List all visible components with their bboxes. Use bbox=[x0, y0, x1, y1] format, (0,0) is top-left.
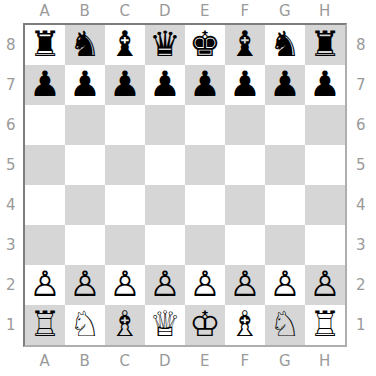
file-label-c: C bbox=[105, 348, 145, 374]
square-g2[interactable]: ♙ bbox=[265, 265, 305, 305]
black-bishop-piece[interactable]: ♝ bbox=[109, 24, 140, 64]
black-rook-piece[interactable]: ♜ bbox=[309, 24, 340, 64]
file-label-d: D bbox=[145, 348, 185, 374]
square-h4[interactable] bbox=[305, 185, 345, 225]
square-b4[interactable] bbox=[65, 185, 105, 225]
white-knight-piece[interactable]: ♘ bbox=[269, 304, 300, 344]
square-h8[interactable]: ♜ bbox=[305, 25, 345, 65]
file-label-a: A bbox=[25, 348, 65, 374]
white-pawn-piece[interactable]: ♙ bbox=[189, 264, 220, 304]
square-a3[interactable] bbox=[25, 225, 65, 265]
file-label-d: D bbox=[145, 0, 185, 22]
white-pawn-piece[interactable]: ♙ bbox=[149, 264, 180, 304]
square-d7[interactable]: ♟ bbox=[145, 65, 185, 105]
file-label-e: E bbox=[185, 348, 225, 374]
file-label-b: B bbox=[65, 0, 105, 22]
black-knight-piece[interactable]: ♞ bbox=[269, 24, 300, 64]
white-rook-piece[interactable]: ♖ bbox=[309, 304, 340, 344]
square-f8[interactable]: ♝ bbox=[225, 25, 265, 65]
chess-diagram: ABCDEFGH ABCDEFGH 87654321 87654321 ♜♞♝♛… bbox=[0, 0, 376, 376]
square-b2[interactable]: ♙ bbox=[65, 265, 105, 305]
square-b3[interactable] bbox=[65, 225, 105, 265]
square-d3[interactable] bbox=[145, 225, 185, 265]
rank-label-3: 3 bbox=[0, 225, 22, 265]
square-c1[interactable]: ♗ bbox=[105, 305, 145, 345]
white-pawn-piece[interactable]: ♙ bbox=[29, 264, 60, 304]
rank-label-6: 6 bbox=[0, 105, 22, 145]
square-h7[interactable]: ♟ bbox=[305, 65, 345, 105]
square-d6[interactable] bbox=[145, 105, 185, 145]
rank-labels-right: 87654321 bbox=[348, 25, 374, 345]
square-h5[interactable] bbox=[305, 145, 345, 185]
file-label-c: C bbox=[105, 0, 145, 22]
square-f2[interactable]: ♙ bbox=[225, 265, 265, 305]
square-f7[interactable]: ♟ bbox=[225, 65, 265, 105]
rank-label-3: 3 bbox=[348, 225, 374, 265]
square-f1[interactable]: ♗ bbox=[225, 305, 265, 345]
white-pawn-piece[interactable]: ♙ bbox=[69, 264, 100, 304]
file-label-g: G bbox=[265, 0, 305, 22]
square-e8[interactable]: ♚ bbox=[185, 25, 225, 65]
square-a2[interactable]: ♙ bbox=[25, 265, 65, 305]
white-queen-piece[interactable]: ♕ bbox=[149, 304, 180, 344]
black-pawn-piece[interactable]: ♟ bbox=[69, 64, 100, 104]
square-g4[interactable] bbox=[265, 185, 305, 225]
white-bishop-piece[interactable]: ♗ bbox=[229, 304, 260, 344]
black-pawn-piece[interactable]: ♟ bbox=[149, 64, 180, 104]
white-rook-piece[interactable]: ♖ bbox=[29, 304, 60, 344]
square-c8[interactable]: ♝ bbox=[105, 25, 145, 65]
file-label-a: A bbox=[25, 0, 65, 22]
white-bishop-piece[interactable]: ♗ bbox=[109, 304, 140, 344]
white-pawn-piece[interactable]: ♙ bbox=[229, 264, 260, 304]
square-f5[interactable] bbox=[225, 145, 265, 185]
file-label-g: G bbox=[265, 348, 305, 374]
square-h6[interactable] bbox=[305, 105, 345, 145]
rank-label-4: 4 bbox=[348, 185, 374, 225]
square-h1[interactable]: ♖ bbox=[305, 305, 345, 345]
rank-label-8: 8 bbox=[348, 25, 374, 65]
square-c6[interactable] bbox=[105, 105, 145, 145]
board-frame: ♜♞♝♛♚♝♞♜♟♟♟♟♟♟♟♟♙♙♙♙♙♙♙♙♖♘♗♕♔♗♘♖ bbox=[23, 23, 347, 347]
black-pawn-piece[interactable]: ♟ bbox=[309, 64, 340, 104]
square-g3[interactable] bbox=[265, 225, 305, 265]
square-b7[interactable]: ♟ bbox=[65, 65, 105, 105]
black-bishop-piece[interactable]: ♝ bbox=[229, 24, 260, 64]
square-a5[interactable] bbox=[25, 145, 65, 185]
square-c7[interactable]: ♟ bbox=[105, 65, 145, 105]
black-queen-piece[interactable]: ♛ bbox=[149, 24, 180, 64]
square-e6[interactable] bbox=[185, 105, 225, 145]
square-d1[interactable]: ♕ bbox=[145, 305, 185, 345]
rank-label-8: 8 bbox=[0, 25, 22, 65]
square-a4[interactable] bbox=[25, 185, 65, 225]
black-pawn-piece[interactable]: ♟ bbox=[269, 64, 300, 104]
black-pawn-piece[interactable]: ♟ bbox=[109, 64, 140, 104]
square-c2[interactable]: ♙ bbox=[105, 265, 145, 305]
white-king-piece[interactable]: ♔ bbox=[189, 304, 220, 344]
square-d4[interactable] bbox=[145, 185, 185, 225]
black-pawn-piece[interactable]: ♟ bbox=[29, 64, 60, 104]
square-a8[interactable]: ♜ bbox=[25, 25, 65, 65]
rank-label-2: 2 bbox=[0, 265, 22, 305]
square-g7[interactable]: ♟ bbox=[265, 65, 305, 105]
rank-label-5: 5 bbox=[348, 145, 374, 185]
white-knight-piece[interactable]: ♘ bbox=[69, 304, 100, 344]
square-f6[interactable] bbox=[225, 105, 265, 145]
file-labels-top: ABCDEFGH bbox=[25, 0, 345, 22]
file-label-f: F bbox=[225, 348, 265, 374]
square-c4[interactable] bbox=[105, 185, 145, 225]
white-pawn-piece[interactable]: ♙ bbox=[269, 264, 300, 304]
square-g1[interactable]: ♘ bbox=[265, 305, 305, 345]
square-h2[interactable]: ♙ bbox=[305, 265, 345, 305]
square-g6[interactable] bbox=[265, 105, 305, 145]
square-g8[interactable]: ♞ bbox=[265, 25, 305, 65]
rank-label-1: 1 bbox=[0, 305, 22, 345]
square-f3[interactable] bbox=[225, 225, 265, 265]
rank-label-7: 7 bbox=[0, 65, 22, 105]
black-pawn-piece[interactable]: ♟ bbox=[189, 64, 220, 104]
rank-label-4: 4 bbox=[0, 185, 22, 225]
square-b8[interactable]: ♞ bbox=[65, 25, 105, 65]
square-d2[interactable]: ♙ bbox=[145, 265, 185, 305]
square-a6[interactable] bbox=[25, 105, 65, 145]
rank-label-5: 5 bbox=[0, 145, 22, 185]
rank-label-1: 1 bbox=[348, 305, 374, 345]
square-e7[interactable]: ♟ bbox=[185, 65, 225, 105]
square-e3[interactable] bbox=[185, 225, 225, 265]
black-king-piece[interactable]: ♚ bbox=[189, 24, 220, 64]
white-pawn-piece[interactable]: ♙ bbox=[109, 264, 140, 304]
file-label-h: H bbox=[305, 348, 345, 374]
square-e4[interactable] bbox=[185, 185, 225, 225]
square-b5[interactable] bbox=[65, 145, 105, 185]
square-e5[interactable] bbox=[185, 145, 225, 185]
black-pawn-piece[interactable]: ♟ bbox=[229, 64, 260, 104]
square-e1[interactable]: ♔ bbox=[185, 305, 225, 345]
white-pawn-piece[interactable]: ♙ bbox=[309, 264, 340, 304]
square-h3[interactable] bbox=[305, 225, 345, 265]
square-d5[interactable] bbox=[145, 145, 185, 185]
square-a1[interactable]: ♖ bbox=[25, 305, 65, 345]
rank-label-2: 2 bbox=[348, 265, 374, 305]
square-g5[interactable] bbox=[265, 145, 305, 185]
square-a7[interactable]: ♟ bbox=[25, 65, 65, 105]
black-knight-piece[interactable]: ♞ bbox=[69, 24, 100, 64]
square-f4[interactable] bbox=[225, 185, 265, 225]
file-label-h: H bbox=[305, 0, 345, 22]
file-label-e: E bbox=[185, 0, 225, 22]
square-e2[interactable]: ♙ bbox=[185, 265, 225, 305]
rank-label-7: 7 bbox=[348, 65, 374, 105]
file-label-b: B bbox=[65, 348, 105, 374]
file-labels-bottom: ABCDEFGH bbox=[25, 348, 345, 374]
square-b1[interactable]: ♘ bbox=[65, 305, 105, 345]
square-c3[interactable] bbox=[105, 225, 145, 265]
rank-label-6: 6 bbox=[348, 105, 374, 145]
square-c5[interactable] bbox=[105, 145, 145, 185]
rank-labels-left: 87654321 bbox=[0, 25, 22, 345]
chess-board[interactable]: ♜♞♝♛♚♝♞♜♟♟♟♟♟♟♟♟♙♙♙♙♙♙♙♙♖♘♗♕♔♗♘♖ bbox=[25, 25, 345, 345]
black-rook-piece[interactable]: ♜ bbox=[29, 24, 60, 64]
file-label-f: F bbox=[225, 0, 265, 22]
square-b6[interactable] bbox=[65, 105, 105, 145]
square-d8[interactable]: ♛ bbox=[145, 25, 185, 65]
